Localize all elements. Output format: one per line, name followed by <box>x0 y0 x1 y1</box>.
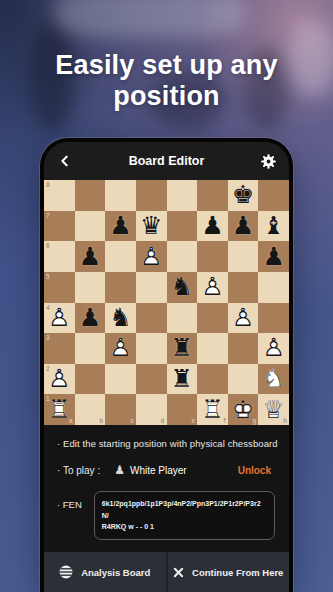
square-c1[interactable]: c <box>105 394 136 425</box>
rank-label: 6 <box>46 243 50 250</box>
square-b6[interactable]: ♟ <box>75 241 106 272</box>
square-g2[interactable] <box>228 364 259 395</box>
hero-title: Easily set up any position <box>0 50 333 112</box>
square-d5[interactable] <box>136 272 167 303</box>
square-f7[interactable]: ♟ <box>197 211 228 242</box>
square-g1[interactable]: g♚♔ <box>228 394 259 425</box>
square-c5[interactable] <box>105 272 136 303</box>
page-title: Board Editor <box>44 154 289 168</box>
info-panel: · Edit the starting position with physic… <box>44 425 289 552</box>
file-label: c <box>130 418 134 425</box>
square-f5[interactable]: ♟♙ <box>197 272 228 303</box>
square-f3[interactable] <box>197 333 228 364</box>
square-g7[interactable]: ♟ <box>228 211 259 242</box>
square-b3[interactable] <box>75 333 106 364</box>
piece-black-pawn[interactable]: ♟ <box>197 211 228 242</box>
square-e6[interactable] <box>167 241 198 272</box>
pawn-icon: ♟ <box>114 464 125 476</box>
file-label: d <box>161 418 165 425</box>
square-a3[interactable]: 3 <box>44 333 75 364</box>
square-d3[interactable] <box>136 333 167 364</box>
square-a8[interactable]: 8 <box>44 180 75 211</box>
square-e4[interactable] <box>167 303 198 334</box>
square-d6[interactable]: ♟♙ <box>136 241 167 272</box>
piece-white-knight[interactable]: ♞♘ <box>258 364 289 395</box>
square-c3[interactable]: ♟♙ <box>105 333 136 364</box>
settings-button[interactable] <box>257 150 279 172</box>
piece-white-pawn[interactable]: ♟♙ <box>197 272 228 303</box>
piece-black-knight[interactable]: ♞ <box>167 272 198 303</box>
square-g4[interactable]: ♟♙ <box>228 303 259 334</box>
piece-black-king[interactable]: ♚ <box>228 180 259 211</box>
striped-sphere-icon <box>59 565 73 579</box>
piece-white-rook[interactable]: ♜♖ <box>44 394 75 425</box>
square-h2[interactable]: ♞♘ <box>258 364 289 395</box>
piece-black-bishop[interactable]: ♝ <box>258 211 289 242</box>
to-play-value[interactable]: White Player <box>130 465 187 476</box>
square-d2[interactable] <box>136 364 167 395</box>
square-g6[interactable] <box>228 241 259 272</box>
edit-hint-text: · Edit the starting position with physic… <box>57 438 279 449</box>
square-h6[interactable]: ♟ <box>258 241 289 272</box>
square-a6[interactable]: 6 <box>44 241 75 272</box>
square-b5[interactable] <box>75 272 106 303</box>
square-d1[interactable]: d <box>136 394 167 425</box>
square-c8[interactable] <box>105 180 136 211</box>
piece-black-rook[interactable]: ♜ <box>167 364 198 395</box>
square-c7[interactable]: ♟ <box>105 211 136 242</box>
piece-black-pawn[interactable]: ♟ <box>258 241 289 272</box>
fen-row: · FEN 6k1/2pq1ppb/1p1P3p/4nP2/Ppn3P1/2P1… <box>57 491 279 540</box>
square-f8[interactable] <box>197 180 228 211</box>
analysis-board-label: Analysis Board <box>81 567 150 578</box>
square-e2[interactable]: ♜ <box>167 364 198 395</box>
app-screen: Board Editor <box>44 142 289 592</box>
footer-bar: Analysis Board Continue From Here <box>44 552 289 592</box>
square-d7[interactable]: ♛ <box>136 211 167 242</box>
square-a2[interactable]: 2♟♙ <box>44 364 75 395</box>
square-f1[interactable]: f♜♖ <box>197 394 228 425</box>
square-h3[interactable]: ♟♙ <box>258 333 289 364</box>
square-a5[interactable]: 5 <box>44 272 75 303</box>
square-e1[interactable]: e <box>167 394 198 425</box>
piece-black-pawn[interactable]: ♟ <box>228 211 259 242</box>
square-g5[interactable] <box>228 272 259 303</box>
square-h8[interactable] <box>258 180 289 211</box>
square-f2[interactable] <box>197 364 228 395</box>
background-blur-shape <box>55 0 245 38</box>
square-b1[interactable]: b <box>75 394 106 425</box>
square-b7[interactable] <box>75 211 106 242</box>
piece-white-king[interactable]: ♚♔ <box>228 394 259 425</box>
square-f6[interactable] <box>197 241 228 272</box>
square-h7[interactable]: ♝ <box>258 211 289 242</box>
piece-white-pawn[interactable]: ♟♙ <box>136 241 167 272</box>
square-f4[interactable] <box>197 303 228 334</box>
piece-black-pawn[interactable]: ♟ <box>75 241 106 272</box>
square-d8[interactable] <box>136 180 167 211</box>
app-header: Board Editor <box>44 142 289 180</box>
fen-line-2: R4RKQ w - - 0 1 <box>102 521 267 533</box>
piece-black-rook[interactable]: ♜ <box>167 333 198 364</box>
square-h5[interactable] <box>258 272 289 303</box>
to-play-label: · To play : <box>57 465 100 476</box>
square-g8[interactable]: ♚ <box>228 180 259 211</box>
phone-mockup: Board Editor <box>40 138 293 592</box>
square-b4[interactable]: ♟ <box>75 303 106 334</box>
continue-from-here-button[interactable]: Continue From Here <box>166 552 290 592</box>
piece-black-pawn[interactable]: ♟ <box>105 211 136 242</box>
piece-white-queen[interactable]: ♛♕ <box>258 394 289 425</box>
piece-white-rook[interactable]: ♜♖ <box>197 394 228 425</box>
to-play-row: · To play : ♟ White Player Unlock <box>57 464 279 476</box>
square-d4[interactable] <box>136 303 167 334</box>
rank-label: 3 <box>46 335 50 342</box>
square-e8[interactable] <box>167 180 198 211</box>
piece-white-pawn[interactable]: ♟♙ <box>44 364 75 395</box>
square-h4[interactable] <box>258 303 289 334</box>
square-a4[interactable]: 4♟♙ <box>44 303 75 334</box>
analysis-board-button[interactable]: Analysis Board <box>44 552 166 592</box>
square-c2[interactable] <box>105 364 136 395</box>
file-label: e <box>192 418 196 425</box>
square-b8[interactable] <box>75 180 106 211</box>
continue-from-here-label: Continue From Here <box>192 567 283 578</box>
x-cross-icon <box>173 567 184 578</box>
piece-white-pawn[interactable]: ♟♙ <box>228 303 259 334</box>
unlock-link[interactable]: Unlock <box>238 465 271 476</box>
square-a1[interactable]: 1a♜♖ <box>44 394 75 425</box>
piece-black-queen[interactable]: ♛ <box>136 211 167 242</box>
square-e7[interactable] <box>167 211 198 242</box>
square-e5[interactable]: ♞ <box>167 272 198 303</box>
chess-board: 8♚7♟♛♟♟♝6♟♟♙♟5♞♟♙4♟♙♟♞♟♙3♟♙♜♟♙2♟♙♜♞♘1a♜♖… <box>44 180 289 425</box>
piece-black-knight[interactable]: ♞ <box>105 303 136 334</box>
gear-icon <box>260 153 277 170</box>
square-b2[interactable] <box>75 364 106 395</box>
square-c6[interactable] <box>105 241 136 272</box>
square-g3[interactable] <box>228 333 259 364</box>
piece-black-pawn[interactable]: ♟ <box>75 303 106 334</box>
square-a7[interactable]: 7 <box>44 211 75 242</box>
file-label: b <box>99 418 103 425</box>
square-e3[interactable]: ♜ <box>167 333 198 364</box>
rank-label: 8 <box>46 182 50 189</box>
square-h1[interactable]: h♛♕ <box>258 394 289 425</box>
square-c4[interactable]: ♞ <box>105 303 136 334</box>
fen-text-box[interactable]: 6k1/2pq1ppb/1p1P3p/4nP2/Ppn3P1/2P1r2P/P3… <box>94 491 275 540</box>
fen-label: · FEN <box>57 491 82 510</box>
piece-white-pawn[interactable]: ♟♙ <box>105 333 136 364</box>
rank-label: 7 <box>46 213 50 220</box>
fen-line-1: 6k1/2pq1ppb/1p1P3p/4nP2/Ppn3P1/2P1r2P/P3… <box>102 498 267 521</box>
piece-white-pawn[interactable]: ♟♙ <box>258 333 289 364</box>
piece-white-pawn[interactable]: ♟♙ <box>44 303 75 334</box>
rank-label: 5 <box>46 274 50 281</box>
